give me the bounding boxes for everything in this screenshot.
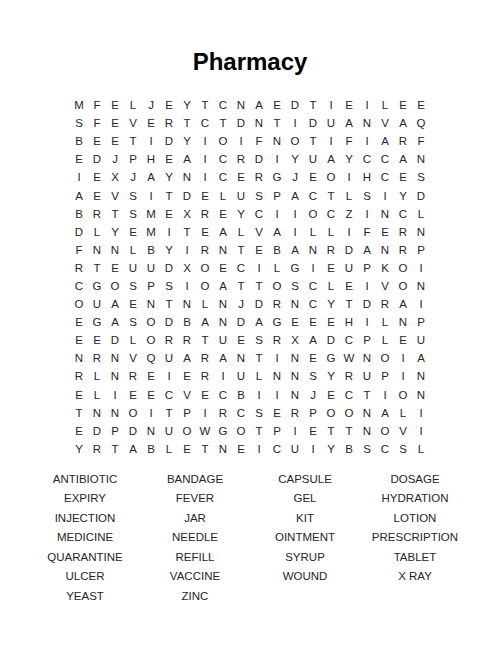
grid-cell-r1c8: T (196, 96, 214, 114)
grid-cell-r17c15: E (322, 386, 340, 404)
grid-cell-r2c19: A (394, 114, 412, 132)
grid-cell-r7c4: S (124, 205, 142, 223)
grid-cell-r19c5: N (142, 422, 160, 440)
grid-cell-r16c5: E (142, 367, 160, 385)
grid-cell-r13c10: D (232, 313, 250, 331)
grid-cell-r16c10: U (232, 367, 250, 385)
grid-cell-r19c17: N (358, 422, 376, 440)
grid-cell-r5c12: G (268, 168, 286, 186)
word-list-item: ZINC (140, 587, 250, 607)
grid-cell-r12c4: E (124, 295, 142, 313)
grid-cell-r18c9: R (214, 404, 232, 422)
grid-cell-r11c16: E (340, 277, 358, 295)
grid-cell-r14c1: E (70, 331, 88, 349)
grid-cell-r6c19: Y (394, 186, 412, 204)
grid-cell-r19c16: T (340, 422, 358, 440)
grid-cell-r9c13: A (286, 241, 304, 259)
grid-cell-r3c3: E (106, 132, 124, 150)
grid-cell-r12c17: D (358, 295, 376, 313)
grid-cell-r10c9: E (214, 259, 232, 277)
grid-cell-r6c20: D (412, 186, 430, 204)
word-list-item: HYDRATION (360, 489, 470, 509)
grid-cell-r7c15: C (322, 205, 340, 223)
grid-cell-r20c17: S (358, 440, 376, 458)
grid-cell-r1c18: L (376, 96, 394, 114)
grid-cell-r18c2: N (88, 404, 106, 422)
grid-cell-r8c10: L (232, 223, 250, 241)
grid-cell-r4c18: C (376, 150, 394, 168)
grid-cell-r4c15: A (322, 150, 340, 168)
grid-cell-r1c2: F (88, 96, 106, 114)
grid-cell-r2c9: T (214, 114, 232, 132)
grid-cell-r14c6: R (160, 331, 178, 349)
grid-cell-r16c6: I (160, 367, 178, 385)
grid-cell-r9c9: N (214, 241, 232, 259)
grid-cell-r19c9: G (214, 422, 232, 440)
grid-cell-r8c11: V (250, 223, 268, 241)
word-list-item: REFILL (140, 548, 250, 568)
grid-cell-r3c2: E (88, 132, 106, 150)
grid-cell-r6c13: A (286, 186, 304, 204)
grid-cell-r17c14: J (304, 386, 322, 404)
grid-cell-r9c7: I (178, 241, 196, 259)
grid-cell-r18c15: O (322, 404, 340, 422)
grid-cell-r10c11: I (250, 259, 268, 277)
grid-cell-r4c1: E (70, 150, 88, 168)
grid-cell-r14c14: A (304, 331, 322, 349)
grid-cell-r17c1: E (70, 386, 88, 404)
grid-cell-r11c10: T (232, 277, 250, 295)
grid-cell-r11c6: S (160, 277, 178, 295)
grid-cell-r19c1: E (70, 422, 88, 440)
grid-cell-r4c17: C (358, 150, 376, 168)
grid-cell-r12c6: T (160, 295, 178, 313)
grid-cell-r5c14: E (304, 168, 322, 186)
grid-cell-r8c20: N (412, 223, 430, 241)
grid-cell-r2c4: V (124, 114, 142, 132)
grid-cell-r17c3: I (106, 386, 124, 404)
word-list-item: FEVER (140, 489, 250, 509)
grid-cell-r3c15: I (322, 132, 340, 150)
grid-cell-r10c16: U (340, 259, 358, 277)
grid-cell-r6c17: S (358, 186, 376, 204)
grid-cell-r13c2: G (88, 313, 106, 331)
grid-cell-r10c15: E (322, 259, 340, 277)
grid-cell-r17c17: T (358, 386, 376, 404)
grid-cell-r15c7: A (178, 349, 196, 367)
grid-cell-r13c3: A (106, 313, 124, 331)
grid-cell-r13c1: E (70, 313, 88, 331)
grid-cell-r2c6: R (160, 114, 178, 132)
grid-cell-r12c1: O (70, 295, 88, 313)
grid-cell-r15c17: N (358, 349, 376, 367)
grid-cell-r20c18: C (376, 440, 394, 458)
grid-cell-r10c5: U (142, 259, 160, 277)
grid-cell-r4c12: I (268, 150, 286, 168)
grid-cell-r6c5: I (142, 186, 160, 204)
grid-cell-r15c16: W (340, 349, 358, 367)
grid-cell-r12c13: N (286, 295, 304, 313)
grid-cell-r14c16: C (340, 331, 358, 349)
grid-cell-r16c3: N (106, 367, 124, 385)
grid-cell-r13c8: A (196, 313, 214, 331)
grid-cell-r14c5: O (142, 331, 160, 349)
grid-cell-r7c20: L (412, 205, 430, 223)
word-list-item: WOUND (250, 567, 360, 587)
grid-cell-r13c4: S (124, 313, 142, 331)
grid-cell-r18c18: A (376, 404, 394, 422)
word-list-item: QUARANTINE (30, 548, 140, 568)
word-list-item: X RAY (360, 567, 470, 587)
grid-cell-r15c10: N (232, 349, 250, 367)
grid-cell-r11c4: S (124, 277, 142, 295)
grid-cell-r2c18: V (376, 114, 394, 132)
word-search-grid: MFELJEYTCNAEDTIEILEESFEVERTCTDNTIDUANVAQ… (70, 96, 430, 458)
grid-cell-r14c9: U (214, 331, 232, 349)
grid-cell-r14c2: E (88, 331, 106, 349)
grid-cell-r14c13: X (286, 331, 304, 349)
grid-cell-r12c8: L (196, 295, 214, 313)
grid-cell-r16c7: E (178, 367, 196, 385)
grid-cell-r17c11: I (250, 386, 268, 404)
grid-cell-r5c11: R (250, 168, 268, 186)
grid-cell-r20c7: E (178, 440, 196, 458)
grid-cell-r14c20: U (412, 331, 430, 349)
grid-cell-r2c14: D (304, 114, 322, 132)
grid-cell-r1c3: E (106, 96, 124, 114)
grid-cell-r20c2: R (88, 440, 106, 458)
grid-cell-r2c1: S (70, 114, 88, 132)
grid-cell-r3c18: A (376, 132, 394, 150)
grid-cell-r7c3: T (106, 205, 124, 223)
grid-cell-r1c19: E (394, 96, 412, 114)
grid-cell-r17c9: C (214, 386, 232, 404)
grid-cell-r6c15: T (322, 186, 340, 204)
grid-cell-r13c15: E (322, 313, 340, 331)
grid-cell-r5c8: I (196, 168, 214, 186)
grid-cell-r17c6: C (160, 386, 178, 404)
grid-cell-r2c13: I (286, 114, 304, 132)
grid-cell-r1c15: I (322, 96, 340, 114)
grid-cell-r15c11: T (250, 349, 268, 367)
word-list-item: ANTIBIOTIC (30, 470, 140, 490)
grid-cell-r4c11: D (250, 150, 268, 168)
grid-cell-r7c12: I (268, 205, 286, 223)
grid-cell-r6c11: S (250, 186, 268, 204)
grid-cell-r8c19: R (394, 223, 412, 241)
grid-cell-r10c19: O (394, 259, 412, 277)
grid-cell-r8c14: L (304, 223, 322, 241)
word-list-item: TABLET (360, 548, 470, 568)
grid-cell-r11c17: I (358, 277, 376, 295)
grid-cell-r13c19: N (394, 313, 412, 331)
grid-cell-r19c12: P (268, 422, 286, 440)
grid-cell-r18c7: P (178, 404, 196, 422)
grid-cell-r2c7: T (178, 114, 196, 132)
word-list-item: SYRUP (250, 548, 360, 568)
grid-cell-r3c14: T (304, 132, 322, 150)
grid-cell-r7c18: N (376, 205, 394, 223)
grid-cell-r20c8: T (196, 440, 214, 458)
grid-cell-r7c17: I (358, 205, 376, 223)
grid-cell-r7c7: X (178, 205, 196, 223)
grid-cell-r14c3: D (106, 331, 124, 349)
grid-cell-r3c10: I (232, 132, 250, 150)
grid-cell-r20c13: U (286, 440, 304, 458)
grid-cell-r5c16: I (340, 168, 358, 186)
grid-cell-r9c15: R (322, 241, 340, 259)
grid-cell-r18c20: I (412, 404, 430, 422)
grid-cell-r9c16: D (340, 241, 358, 259)
grid-cell-r6c1: A (70, 186, 88, 204)
grid-cell-r1c9: C (214, 96, 232, 114)
grid-cell-r14c11: S (250, 331, 268, 349)
grid-cell-r5c4: J (124, 168, 142, 186)
grid-cell-r8c17: F (358, 223, 376, 241)
grid-cell-r15c5: Q (142, 349, 160, 367)
grid-cell-r15c13: N (286, 349, 304, 367)
word-list-item: PRESCRIPTION (360, 528, 470, 548)
grid-cell-r19c8: W (196, 422, 214, 440)
grid-cell-r12c19: A (394, 295, 412, 313)
grid-cell-r3c8: I (196, 132, 214, 150)
grid-cell-r15c1: N (70, 349, 88, 367)
grid-cell-r20c19: S (394, 440, 412, 458)
grid-cell-r2c12: T (268, 114, 286, 132)
grid-cell-r18c14: P (304, 404, 322, 422)
grid-cell-r9c1: F (70, 241, 88, 259)
grid-cell-r3c13: O (286, 132, 304, 150)
grid-cell-r6c4: S (124, 186, 142, 204)
grid-cell-r2c20: Q (412, 114, 430, 132)
grid-cell-r20c4: A (124, 440, 142, 458)
grid-cell-r16c12: N (268, 367, 286, 385)
grid-cell-r9c20: P (412, 241, 430, 259)
grid-cell-r15c12: I (268, 349, 286, 367)
grid-cell-r17c16: C (340, 386, 358, 404)
grid-cell-r7c2: R (88, 205, 106, 223)
grid-cell-r5c3: X (106, 168, 124, 186)
word-list-item: YEAST (30, 587, 140, 607)
grid-cell-r19c10: O (232, 422, 250, 440)
grid-cell-r3c20: F (412, 132, 430, 150)
grid-cell-r15c15: G (322, 349, 340, 367)
grid-cell-r1c7: Y (178, 96, 196, 114)
word-list-item: OINTMENT (250, 528, 360, 548)
grid-cell-r15c9: A (214, 349, 232, 367)
grid-cell-r11c13: S (286, 277, 304, 295)
grid-cell-r11c19: O (394, 277, 412, 295)
grid-cell-r17c5: E (142, 386, 160, 404)
grid-cell-r19c19: V (394, 422, 412, 440)
word-list-item: LOTION (360, 509, 470, 529)
grid-cell-r7c10: Y (232, 205, 250, 223)
grid-cell-r16c11: L (250, 367, 268, 385)
grid-cell-r12c16: T (340, 295, 358, 313)
grid-cell-r13c9: N (214, 313, 232, 331)
grid-cell-r8c12: A (268, 223, 286, 241)
grid-cell-r7c11: C (250, 205, 268, 223)
grid-cell-r20c20: L (412, 440, 430, 458)
grid-cell-r10c8: O (196, 259, 214, 277)
word-list: ANTIBIOTICBANDAGECAPSULEDOSAGEEXPIRYFEVE… (30, 470, 470, 607)
grid-cell-r13c5: O (142, 313, 160, 331)
grid-cell-r1c4: L (124, 96, 142, 114)
grid-cell-r2c8: C (196, 114, 214, 132)
word-list-item: NEEDLE (140, 528, 250, 548)
grid-cell-r20c10: E (232, 440, 250, 458)
grid-cell-r7c5: M (142, 205, 160, 223)
grid-cell-r18c4: O (124, 404, 142, 422)
grid-cell-r11c3: O (106, 277, 124, 295)
grid-cell-r7c8: R (196, 205, 214, 223)
grid-cell-r4c14: U (304, 150, 322, 168)
grid-cell-r18c10: C (232, 404, 250, 422)
word-list-item: ULCER (30, 567, 140, 587)
grid-cell-r10c14: I (304, 259, 322, 277)
grid-cell-r3c12: N (268, 132, 286, 150)
grid-cell-r2c11: N (250, 114, 268, 132)
grid-cell-r4c8: I (196, 150, 214, 168)
grid-cell-r10c20: I (412, 259, 430, 277)
grid-cell-r1c10: N (232, 96, 250, 114)
grid-cell-r10c12: L (268, 259, 286, 277)
grid-cell-r4c9: C (214, 150, 232, 168)
grid-cell-r11c12: O (268, 277, 286, 295)
grid-cell-r11c2: G (88, 277, 106, 295)
grid-cell-r4c2: D (88, 150, 106, 168)
grid-cell-r11c8: O (196, 277, 214, 295)
grid-cell-r1c14: T (304, 96, 322, 114)
grid-cell-r14c19: E (394, 331, 412, 349)
grid-cell-r11c9: A (214, 277, 232, 295)
grid-cell-r1c11: A (250, 96, 268, 114)
grid-cell-r10c3: E (106, 259, 124, 277)
grid-cell-r20c15: Y (322, 440, 340, 458)
grid-cell-r18c16: O (340, 404, 358, 422)
grid-cell-r17c13: N (286, 386, 304, 404)
grid-cell-r16c15: Y (322, 367, 340, 385)
grid-cell-r3c9: O (214, 132, 232, 150)
grid-cell-r3c5: I (142, 132, 160, 150)
grid-cell-r15c3: N (106, 349, 124, 367)
grid-cell-r15c19: I (394, 349, 412, 367)
grid-cell-r6c7: D (178, 186, 196, 204)
grid-cell-r12c11: D (250, 295, 268, 313)
grid-cell-r4c3: J (106, 150, 124, 168)
word-list-item: JAR (140, 509, 250, 529)
grid-cell-r14c18: L (376, 331, 394, 349)
grid-cell-r5c7: N (178, 168, 196, 186)
grid-cell-r3c19: R (394, 132, 412, 150)
word-list-item: INJECTION (30, 509, 140, 529)
grid-cell-r5c6: Y (160, 168, 178, 186)
grid-cell-r12c18: R (376, 295, 394, 313)
grid-cell-r14c10: E (232, 331, 250, 349)
grid-cell-r6c12: P (268, 186, 286, 204)
grid-cell-r19c18: O (376, 422, 394, 440)
grid-cell-r1c17: I (358, 96, 376, 114)
grid-cell-r10c13: G (286, 259, 304, 277)
grid-cell-r17c20: N (412, 386, 430, 404)
grid-cell-r10c18: K (376, 259, 394, 277)
grid-cell-r13c7: B (178, 313, 196, 331)
word-list-item: KIT (250, 509, 360, 529)
grid-cell-r16c19: I (394, 367, 412, 385)
grid-cell-r17c12: I (268, 386, 286, 404)
grid-cell-r20c1: Y (70, 440, 88, 458)
grid-cell-r1c13: D (286, 96, 304, 114)
grid-cell-r5c18: C (376, 168, 394, 186)
grid-cell-r19c20: I (412, 422, 430, 440)
grid-cell-r9c12: B (268, 241, 286, 259)
word-list-item: BANDAGE (140, 470, 250, 490)
grid-cell-r4c19: A (394, 150, 412, 168)
grid-cell-r9c5: B (142, 241, 160, 259)
grid-cell-r18c6: T (160, 404, 178, 422)
grid-cell-r12c7: N (178, 295, 196, 313)
grid-cell-r11c11: T (250, 277, 268, 295)
grid-cell-r15c2: R (88, 349, 106, 367)
grid-cell-r15c4: V (124, 349, 142, 367)
grid-cell-r14c15: D (322, 331, 340, 349)
grid-cell-r16c4: R (124, 367, 142, 385)
grid-cell-r18c17: N (358, 404, 376, 422)
grid-cell-r3c11: F (250, 132, 268, 150)
grid-cell-r3c1: B (70, 132, 88, 150)
grid-cell-r11c15: L (322, 277, 340, 295)
grid-cell-r13c6: D (160, 313, 178, 331)
grid-cell-r16c14: S (304, 367, 322, 385)
word-search-worksheet: Pharmacy MFELJEYTCNAEDTIEILEESFEVERTCTDN… (0, 0, 500, 647)
grid-cell-r14c4: L (124, 331, 142, 349)
grid-cell-r5c17: H (358, 168, 376, 186)
grid-cell-r11c7: I (178, 277, 196, 295)
grid-cell-r18c12: E (268, 404, 286, 422)
grid-cell-r3c4: T (124, 132, 142, 150)
grid-cell-r17c18: I (376, 386, 394, 404)
grid-cell-r17c7: V (178, 386, 196, 404)
grid-cell-r20c9: N (214, 440, 232, 458)
grid-cell-r20c6: L (160, 440, 178, 458)
grid-cell-r20c5: B (142, 440, 160, 458)
grid-cell-r9c18: N (376, 241, 394, 259)
word-list-item: VACCINE (140, 567, 250, 587)
grid-cell-r8c18: E (376, 223, 394, 241)
grid-cell-r5c13: J (286, 168, 304, 186)
grid-cell-r5c9: C (214, 168, 232, 186)
grid-cell-r11c18: V (376, 277, 394, 295)
grid-cell-r16c20: N (412, 367, 430, 385)
grid-cell-r3c7: Y (178, 132, 196, 150)
grid-cell-r9c4: L (124, 241, 142, 259)
word-list-item: EXPIRY (30, 489, 140, 509)
grid-cell-r16c17: U (358, 367, 376, 385)
word-list-item: DOSAGE (360, 470, 470, 490)
grid-cell-r12c3: A (106, 295, 124, 313)
grid-cell-r7c6: E (160, 205, 178, 223)
grid-cell-r11c14: C (304, 277, 322, 295)
grid-cell-r12c10: J (232, 295, 250, 313)
puzzle-title: Pharmacy (0, 0, 500, 75)
grid-cell-r4c10: R (232, 150, 250, 168)
grid-cell-r7c9: E (214, 205, 232, 223)
grid-cell-r17c8: E (196, 386, 214, 404)
grid-cell-r19c14: E (304, 422, 322, 440)
grid-cell-r1c20: E (412, 96, 430, 114)
grid-cell-r8c2: L (88, 223, 106, 241)
grid-cell-r16c9: I (214, 367, 232, 385)
